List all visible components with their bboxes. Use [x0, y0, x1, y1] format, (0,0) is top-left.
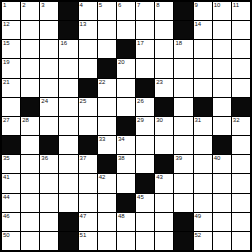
- cell-r3c3[interactable]: [40, 40, 58, 58]
- clue-number-45: 45: [137, 194, 144, 201]
- cell-r4c6-block: [98, 59, 116, 77]
- cell-r10c10[interactable]: [174, 174, 192, 192]
- clue-number-2: 2: [22, 2, 25, 9]
- crossword-grid: 1234567891011121314151617181920212223242…: [0, 0, 252, 252]
- clue-number-51: 51: [80, 232, 87, 239]
- cell-r5c3[interactable]: [40, 79, 58, 97]
- cell-r7c13[interactable]: 32: [232, 117, 250, 135]
- cell-r7c3[interactable]: [40, 117, 58, 135]
- cell-r13c11[interactable]: 52: [194, 232, 212, 250]
- clue-number-46: 46: [3, 213, 10, 220]
- clue-number-13: 13: [80, 21, 87, 28]
- cell-r11c3[interactable]: [40, 194, 58, 212]
- cell-r7c4[interactable]: [59, 117, 77, 135]
- cell-r12c7[interactable]: 48: [117, 213, 135, 231]
- clue-number-27: 27: [3, 117, 10, 124]
- cell-r6c6[interactable]: [98, 98, 116, 116]
- clue-number-36: 36: [41, 155, 48, 162]
- cell-r3c4[interactable]: 16: [59, 40, 77, 58]
- clue-number-21: 21: [3, 79, 10, 86]
- cell-r4c9[interactable]: [155, 59, 173, 77]
- cell-r5c11[interactable]: [194, 79, 212, 97]
- cell-r2c4-block: [59, 21, 77, 39]
- cell-r8c12-block: [213, 136, 231, 154]
- clue-number-41: 41: [3, 174, 10, 181]
- clue-number-1: 1: [3, 2, 6, 9]
- clue-number-10: 10: [214, 2, 221, 9]
- clue-number-14: 14: [195, 21, 202, 28]
- clue-number-48: 48: [118, 213, 125, 220]
- clue-number-44: 44: [3, 194, 10, 201]
- clue-number-7: 7: [137, 2, 140, 9]
- cell-r2c9[interactable]: [155, 21, 173, 39]
- cell-r2c10-block: [174, 21, 192, 39]
- cell-r2c5[interactable]: 13: [79, 21, 97, 39]
- cell-r11c5[interactable]: [79, 194, 97, 212]
- cell-r6c12[interactable]: [213, 98, 231, 116]
- cell-r3c1[interactable]: 15: [2, 40, 20, 58]
- cell-r8c2[interactable]: [21, 136, 39, 154]
- cell-r4c1[interactable]: 19: [2, 59, 20, 77]
- cell-r12c5[interactable]: 47: [79, 213, 97, 231]
- cell-r5c4[interactable]: [59, 79, 77, 97]
- cell-r5c9[interactable]: 23: [155, 79, 173, 97]
- cell-r12c8[interactable]: [136, 213, 154, 231]
- cell-r8c9[interactable]: [155, 136, 173, 154]
- clue-number-40: 40: [214, 155, 221, 162]
- cell-r13c3[interactable]: [40, 232, 58, 250]
- cell-r1c3[interactable]: 3: [40, 2, 58, 20]
- clue-number-5: 5: [99, 2, 102, 9]
- clue-number-52: 52: [195, 232, 202, 239]
- cell-r7c5[interactable]: [79, 117, 97, 135]
- clue-number-24: 24: [41, 98, 48, 105]
- cell-r3c2[interactable]: [21, 40, 39, 58]
- clue-number-50: 50: [3, 232, 10, 239]
- clue-number-9: 9: [195, 2, 198, 9]
- cell-r5c2[interactable]: [21, 79, 39, 97]
- clue-number-18: 18: [175, 40, 182, 47]
- cell-r4c7[interactable]: 20: [117, 59, 135, 77]
- clue-number-38: 38: [118, 155, 125, 162]
- clue-number-3: 3: [41, 2, 44, 9]
- cell-r2c6[interactable]: [98, 21, 116, 39]
- cell-r11c4[interactable]: [59, 194, 77, 212]
- cell-r9c4[interactable]: [59, 155, 77, 173]
- clue-number-39: 39: [175, 155, 182, 162]
- cell-r12c4-block: [59, 213, 77, 231]
- cell-r9c12[interactable]: 40: [213, 155, 231, 173]
- cell-r10c8-block: [136, 174, 154, 192]
- cell-r13c12[interactable]: [213, 232, 231, 250]
- cell-r13c9[interactable]: [155, 232, 173, 250]
- cell-r2c1[interactable]: 12: [2, 21, 20, 39]
- cell-r9c1[interactable]: 35: [2, 155, 20, 173]
- cell-r13c10-block: [174, 232, 192, 250]
- cell-r9c7[interactable]: 38: [117, 155, 135, 173]
- cell-r13c13[interactable]: [232, 232, 250, 250]
- clue-number-37: 37: [80, 155, 87, 162]
- cell-r4c10[interactable]: [174, 59, 192, 77]
- cell-r8c4[interactable]: [59, 136, 77, 154]
- cell-r5c8-block: [136, 79, 154, 97]
- cell-r12c6[interactable]: [98, 213, 116, 231]
- cell-r12c9[interactable]: [155, 213, 173, 231]
- cell-r1c10-block: [174, 2, 192, 20]
- cell-r4c5[interactable]: [79, 59, 97, 77]
- cell-r12c12[interactable]: [213, 213, 231, 231]
- cell-r10c2[interactable]: [21, 174, 39, 192]
- clue-number-17: 17: [137, 40, 144, 47]
- cell-r9c13[interactable]: [232, 155, 250, 173]
- cell-r11c10[interactable]: [174, 194, 192, 212]
- cell-r9c9-block: [155, 155, 173, 173]
- cell-r8c6[interactable]: 33: [98, 136, 116, 154]
- cell-r2c2[interactable]: [21, 21, 39, 39]
- clue-number-49: 49: [195, 213, 202, 220]
- cell-r11c8[interactable]: 45: [136, 194, 154, 212]
- cell-r6c8[interactable]: 26: [136, 98, 154, 116]
- cell-r4c13[interactable]: [232, 59, 250, 77]
- clue-number-32: 32: [233, 117, 240, 124]
- cell-r11c6[interactable]: [98, 194, 116, 212]
- cell-r5c13[interactable]: [232, 79, 250, 97]
- clue-number-30: 30: [156, 117, 163, 124]
- cell-r9c11[interactable]: [194, 155, 212, 173]
- clue-number-47: 47: [80, 213, 87, 220]
- cell-r7c1[interactable]: 27: [2, 117, 20, 135]
- cell-r7c7-block: [117, 117, 135, 135]
- cell-r3c5[interactable]: [79, 40, 97, 58]
- clue-number-31: 31: [195, 117, 202, 124]
- cell-r5c6[interactable]: 22: [98, 79, 116, 97]
- clue-number-20: 20: [118, 59, 125, 66]
- cell-r2c12[interactable]: [213, 21, 231, 39]
- clue-number-22: 22: [99, 79, 106, 86]
- clue-number-33: 33: [99, 136, 106, 143]
- cell-r3c9[interactable]: [155, 40, 173, 58]
- clue-number-25: 25: [80, 98, 87, 105]
- cell-r4c3[interactable]: [40, 59, 58, 77]
- clue-number-19: 19: [3, 59, 10, 66]
- cell-r10c4[interactable]: [59, 174, 77, 192]
- cell-r8c10[interactable]: [174, 136, 192, 154]
- cell-r13c5[interactable]: 51: [79, 232, 97, 250]
- cell-r5c7[interactable]: [117, 79, 135, 97]
- clue-number-15: 15: [3, 40, 10, 47]
- cell-r2c7[interactable]: [117, 21, 135, 39]
- cell-r9c6-block: [98, 155, 116, 173]
- cell-r1c8[interactable]: 7: [136, 2, 154, 20]
- cell-r11c12[interactable]: [213, 194, 231, 212]
- cell-r9c3[interactable]: 36: [40, 155, 58, 173]
- cell-r2c8[interactable]: [136, 21, 154, 39]
- clue-number-23: 23: [156, 79, 163, 86]
- cell-r8c8[interactable]: [136, 136, 154, 154]
- cell-r9c2[interactable]: [21, 155, 39, 173]
- cell-r3c6[interactable]: [98, 40, 116, 58]
- cell-r7c12[interactable]: [213, 117, 231, 135]
- cell-r7c2[interactable]: 28: [21, 117, 39, 135]
- clue-number-34: 34: [118, 136, 125, 143]
- cell-r3c12[interactable]: [213, 40, 231, 58]
- cell-r11c11[interactable]: [194, 194, 212, 212]
- cell-r8c11[interactable]: [194, 136, 212, 154]
- clue-number-4: 4: [80, 2, 83, 9]
- cell-r9c10[interactable]: 39: [174, 155, 192, 173]
- cell-r1c1[interactable]: 1: [2, 2, 20, 20]
- cell-r1c6[interactable]: 5: [98, 2, 116, 20]
- cell-r2c13[interactable]: [232, 21, 250, 39]
- cell-r8c7[interactable]: 34: [117, 136, 135, 154]
- cell-r10c6[interactable]: 42: [98, 174, 116, 192]
- cell-r1c2[interactable]: 2: [21, 2, 39, 20]
- cell-r13c8[interactable]: [136, 232, 154, 250]
- cell-r1c4-block: [59, 2, 77, 20]
- cell-r6c13-block: [232, 98, 250, 116]
- cell-r10c9[interactable]: 43: [155, 174, 173, 192]
- cell-r11c13[interactable]: [232, 194, 250, 212]
- cell-r4c12[interactable]: [213, 59, 231, 77]
- cell-r6c9-block: [155, 98, 173, 116]
- cell-r1c11[interactable]: 9: [194, 2, 212, 20]
- cell-r4c2[interactable]: [21, 59, 39, 77]
- cell-r8c13[interactable]: [232, 136, 250, 154]
- cell-r3c8[interactable]: 17: [136, 40, 154, 58]
- cell-r1c9[interactable]: 8: [155, 2, 173, 20]
- clue-number-35: 35: [3, 155, 10, 162]
- cell-r6c7[interactable]: [117, 98, 135, 116]
- cell-r10c1[interactable]: 41: [2, 174, 20, 192]
- clue-number-8: 8: [156, 2, 159, 9]
- cell-r12c13[interactable]: [232, 213, 250, 231]
- cell-r13c1[interactable]: 50: [2, 232, 20, 250]
- cell-r10c13[interactable]: [232, 174, 250, 192]
- cell-r6c4[interactable]: [59, 98, 77, 116]
- cell-r8c5-block: [79, 136, 97, 154]
- clue-number-29: 29: [137, 117, 144, 124]
- clue-number-42: 42: [99, 174, 106, 181]
- cell-r10c11[interactable]: [194, 174, 212, 192]
- cell-r7c6[interactable]: [98, 117, 116, 135]
- cell-r1c13[interactable]: 11: [232, 2, 250, 20]
- cell-r9c5[interactable]: 37: [79, 155, 97, 173]
- cell-r4c8[interactable]: [136, 59, 154, 77]
- cell-r4c11[interactable]: [194, 59, 212, 77]
- cell-r1c12[interactable]: 10: [213, 2, 231, 20]
- cell-r3c11[interactable]: [194, 40, 212, 58]
- cell-r10c7[interactable]: [117, 174, 135, 192]
- cell-r10c12[interactable]: [213, 174, 231, 192]
- cell-r7c10[interactable]: [174, 117, 192, 135]
- cell-r11c7-block: [117, 194, 135, 212]
- cell-r5c12[interactable]: [213, 79, 231, 97]
- cell-r12c1[interactable]: 46: [2, 213, 20, 231]
- clue-number-16: 16: [60, 40, 67, 47]
- cell-r12c11[interactable]: 49: [194, 213, 212, 231]
- cell-r5c1[interactable]: 21: [2, 79, 20, 97]
- cell-r13c4-block: [59, 232, 77, 250]
- cell-r2c11[interactable]: 14: [194, 21, 212, 39]
- cell-r6c3[interactable]: 24: [40, 98, 58, 116]
- cell-r7c9[interactable]: 30: [155, 117, 173, 135]
- clue-number-12: 12: [3, 21, 10, 28]
- cell-r3c13[interactable]: [232, 40, 250, 58]
- cell-r11c1[interactable]: 44: [2, 194, 20, 212]
- cell-r12c10-block: [174, 213, 192, 231]
- cell-r12c2[interactable]: [21, 213, 39, 231]
- cell-r8c3-block: [40, 136, 58, 154]
- cell-r9c8[interactable]: [136, 155, 154, 173]
- cell-r5c10[interactable]: [174, 79, 192, 97]
- cell-r11c9[interactable]: [155, 194, 173, 212]
- cell-r6c1[interactable]: [2, 98, 20, 116]
- cell-r3c10[interactable]: 18: [174, 40, 192, 58]
- cell-r6c2-block: [21, 98, 39, 116]
- cell-r1c7[interactable]: 6: [117, 2, 135, 20]
- cell-r2c3[interactable]: [40, 21, 58, 39]
- cell-r13c7[interactable]: [117, 232, 135, 250]
- cell-r12c3[interactable]: [40, 213, 58, 231]
- clue-number-28: 28: [22, 117, 29, 124]
- cell-r4c4[interactable]: [59, 59, 77, 77]
- cell-r6c5[interactable]: 25: [79, 98, 97, 116]
- cell-r6c11-block: [194, 98, 212, 116]
- cell-r3c7-block: [117, 40, 135, 58]
- cell-r7c8[interactable]: 29: [136, 117, 154, 135]
- clue-number-26: 26: [137, 98, 144, 105]
- cell-r13c2[interactable]: [21, 232, 39, 250]
- cell-r11c2[interactable]: [21, 194, 39, 212]
- cell-r13c6[interactable]: [98, 232, 116, 250]
- clue-number-6: 6: [118, 2, 121, 9]
- cell-r8c1-block: [2, 136, 20, 154]
- clue-number-43: 43: [156, 174, 163, 181]
- cell-r10c3[interactable]: [40, 174, 58, 192]
- cell-r10c5[interactable]: [79, 174, 97, 192]
- cell-r5c5-block: [79, 79, 97, 97]
- cell-r6c10[interactable]: [174, 98, 192, 116]
- cell-r7c11[interactable]: 31: [194, 117, 212, 135]
- clue-number-11: 11: [233, 2, 239, 9]
- cell-r1c5[interactable]: 4: [79, 2, 97, 20]
